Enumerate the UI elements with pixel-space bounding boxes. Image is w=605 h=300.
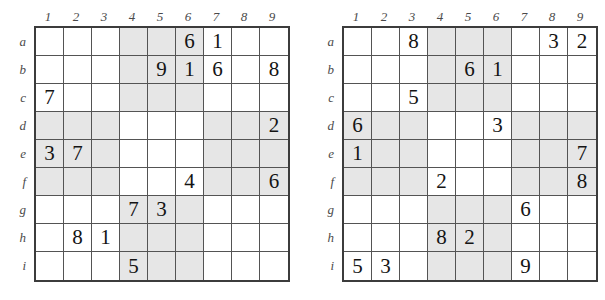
row-label-f: f — [10, 168, 34, 196]
cell-d7[interactable] — [204, 112, 232, 140]
cell-h7[interactable] — [512, 224, 540, 252]
cell-e7[interactable] — [512, 140, 540, 168]
cell-e5[interactable] — [456, 140, 484, 168]
cell-h4[interactable]: 8 — [428, 224, 456, 252]
cell-f7[interactable] — [512, 168, 540, 196]
cell-a8[interactable] — [232, 28, 260, 56]
cell-h4[interactable] — [120, 224, 148, 252]
row-label-b: b — [318, 56, 342, 84]
cell-h5[interactable] — [148, 224, 176, 252]
cell-i8[interactable] — [232, 252, 260, 280]
row-label-e: e — [318, 140, 342, 168]
cell-g1[interactable] — [344, 196, 372, 224]
row-label-d: d — [318, 112, 342, 140]
cell-b7[interactable]: 6 — [204, 56, 232, 84]
cell-f2[interactable] — [64, 168, 92, 196]
cell-d2[interactable] — [372, 112, 400, 140]
cell-a6[interactable] — [484, 28, 512, 56]
column-label-1: 1 — [34, 10, 62, 26]
cell-i1[interactable]: 5 — [344, 252, 372, 280]
cell-c7[interactable] — [512, 84, 540, 112]
cell-c2[interactable] — [64, 84, 92, 112]
cell-b3[interactable] — [400, 56, 428, 84]
cell-f1[interactable] — [36, 168, 64, 196]
row-label-c: c — [10, 84, 34, 112]
row-label-g: g — [10, 196, 34, 224]
cell-d1[interactable]: 6 — [344, 112, 372, 140]
cell-i3[interactable] — [400, 252, 428, 280]
cell-f1[interactable] — [344, 168, 372, 196]
cell-f7[interactable] — [204, 168, 232, 196]
cell-i4[interactable]: 5 — [120, 252, 148, 280]
cell-g8[interactable] — [232, 196, 260, 224]
cell-e6[interactable] — [176, 140, 204, 168]
cell-f3[interactable] — [92, 168, 120, 196]
cell-b2[interactable] — [372, 56, 400, 84]
cell-d3[interactable] — [400, 112, 428, 140]
cell-c3[interactable]: 5 — [400, 84, 428, 112]
cell-i6[interactable] — [176, 252, 204, 280]
cell-e6[interactable] — [484, 140, 512, 168]
cell-a3[interactable] — [92, 28, 120, 56]
cell-d9[interactable] — [568, 112, 596, 140]
cell-a2[interactable] — [64, 28, 92, 56]
cell-d2[interactable] — [64, 112, 92, 140]
cell-b8[interactable] — [232, 56, 260, 84]
sudoku-board-right: 832615631728682539 — [342, 26, 598, 282]
cell-f9[interactable]: 6 — [260, 168, 288, 196]
cell-i1[interactable] — [36, 252, 64, 280]
sudoku-board-left: 61916872374673815 — [34, 26, 290, 282]
column-label-6: 6 — [482, 10, 510, 26]
cell-b6[interactable]: 1 — [176, 56, 204, 84]
column-label-8: 8 — [538, 10, 566, 26]
cell-g6[interactable] — [484, 196, 512, 224]
cell-c6[interactable] — [484, 84, 512, 112]
cell-c7[interactable] — [204, 84, 232, 112]
cell-g5[interactable] — [456, 196, 484, 224]
cell-h1[interactable] — [344, 224, 372, 252]
column-label-3: 3 — [398, 10, 426, 26]
row-label-h: h — [318, 224, 342, 252]
cell-f5[interactable] — [456, 168, 484, 196]
cell-c8[interactable] — [232, 84, 260, 112]
cell-e9[interactable]: 7 — [568, 140, 596, 168]
cell-i3[interactable] — [92, 252, 120, 280]
cell-d8[interactable] — [232, 112, 260, 140]
cell-d7[interactable] — [512, 112, 540, 140]
cell-b5[interactable]: 9 — [148, 56, 176, 84]
cell-g4[interactable]: 7 — [120, 196, 148, 224]
cell-c9[interactable] — [568, 84, 596, 112]
cell-h6[interactable] — [176, 224, 204, 252]
cell-i5[interactable] — [148, 252, 176, 280]
cell-g7[interactable] — [204, 196, 232, 224]
cell-f6[interactable] — [484, 168, 512, 196]
cell-c1[interactable]: 7 — [36, 84, 64, 112]
column-label-9: 9 — [258, 10, 286, 26]
cell-g9[interactable] — [260, 196, 288, 224]
cell-c2[interactable] — [372, 84, 400, 112]
cell-a6[interactable]: 6 — [176, 28, 204, 56]
cell-e4[interactable] — [120, 140, 148, 168]
cell-b5[interactable]: 6 — [456, 56, 484, 84]
cell-a9[interactable]: 2 — [568, 28, 596, 56]
cell-i4[interactable] — [428, 252, 456, 280]
cell-f4[interactable]: 2 — [428, 168, 456, 196]
cell-e5[interactable] — [148, 140, 176, 168]
row-label-b: b — [10, 56, 34, 84]
cell-f2[interactable] — [372, 168, 400, 196]
cell-f4[interactable] — [120, 168, 148, 196]
cell-f3[interactable] — [400, 168, 428, 196]
column-label-5: 5 — [454, 10, 482, 26]
row-label-a: a — [318, 28, 342, 56]
cell-f8[interactable] — [540, 168, 568, 196]
column-label-2: 2 — [370, 10, 398, 26]
cell-e2[interactable] — [372, 140, 400, 168]
cell-a1[interactable] — [344, 28, 372, 56]
cell-c9[interactable] — [260, 84, 288, 112]
cell-b4[interactable] — [428, 56, 456, 84]
cell-i8[interactable] — [540, 252, 568, 280]
cell-a4[interactable] — [120, 28, 148, 56]
cell-b6[interactable]: 1 — [484, 56, 512, 84]
cell-i7[interactable] — [204, 252, 232, 280]
cell-d4[interactable] — [428, 112, 456, 140]
cell-i9[interactable] — [260, 252, 288, 280]
cell-h1[interactable] — [36, 224, 64, 252]
cell-f6[interactable]: 4 — [176, 168, 204, 196]
cell-b1[interactable] — [36, 56, 64, 84]
cell-i9[interactable] — [568, 252, 596, 280]
cell-a5[interactable] — [456, 28, 484, 56]
cell-c5[interactable] — [148, 84, 176, 112]
cell-g7[interactable]: 6 — [512, 196, 540, 224]
cell-h9[interactable] — [568, 224, 596, 252]
cell-a1[interactable] — [36, 28, 64, 56]
row-label-d: d — [10, 112, 34, 140]
cell-e8[interactable] — [540, 140, 568, 168]
cell-e9[interactable] — [260, 140, 288, 168]
cell-h2[interactable] — [372, 224, 400, 252]
column-labels-right: 123456789 — [318, 4, 598, 26]
cell-a5[interactable] — [148, 28, 176, 56]
cell-h8[interactable] — [232, 224, 260, 252]
cell-i2[interactable]: 3 — [372, 252, 400, 280]
cell-b3[interactable] — [92, 56, 120, 84]
cell-i5[interactable] — [456, 252, 484, 280]
cell-e8[interactable] — [232, 140, 260, 168]
cell-e2[interactable]: 7 — [64, 140, 92, 168]
cell-b1[interactable] — [344, 56, 372, 84]
cell-h5[interactable]: 2 — [456, 224, 484, 252]
column-label-6: 6 — [174, 10, 202, 26]
column-label-4: 4 — [118, 10, 146, 26]
cell-c1[interactable] — [344, 84, 372, 112]
cell-e3[interactable] — [400, 140, 428, 168]
column-label-7: 7 — [510, 10, 538, 26]
cell-h3[interactable] — [400, 224, 428, 252]
cell-e3[interactable] — [92, 140, 120, 168]
cell-d6[interactable]: 3 — [484, 112, 512, 140]
column-label-2: 2 — [62, 10, 90, 26]
cell-b4[interactable] — [120, 56, 148, 84]
cell-b9[interactable] — [568, 56, 596, 84]
cell-g5[interactable]: 3 — [148, 196, 176, 224]
cell-d6[interactable] — [176, 112, 204, 140]
row-label-i: i — [318, 252, 342, 280]
row-labels-left: abcdefghi — [10, 26, 34, 282]
cell-a4[interactable] — [428, 28, 456, 56]
cell-f8[interactable] — [232, 168, 260, 196]
cell-h2[interactable]: 8 — [64, 224, 92, 252]
cell-h3[interactable]: 1 — [92, 224, 120, 252]
sudoku-puzzle-left: 123456789 abcdefghi 61916872374673815 — [10, 4, 290, 300]
cell-d4[interactable] — [120, 112, 148, 140]
cell-e7[interactable] — [204, 140, 232, 168]
cell-g4[interactable] — [428, 196, 456, 224]
cell-c4[interactable] — [428, 84, 456, 112]
cell-h7[interactable] — [204, 224, 232, 252]
cell-e4[interactable] — [428, 140, 456, 168]
column-label-3: 3 — [90, 10, 118, 26]
column-labels-left: 123456789 — [10, 4, 290, 26]
cell-a9[interactable] — [260, 28, 288, 56]
cell-a7[interactable]: 1 — [204, 28, 232, 56]
cell-h6[interactable] — [484, 224, 512, 252]
cell-i6[interactable] — [484, 252, 512, 280]
cell-g2[interactable] — [372, 196, 400, 224]
cell-c4[interactable] — [120, 84, 148, 112]
cell-b8[interactable] — [540, 56, 568, 84]
cell-a3[interactable]: 8 — [400, 28, 428, 56]
cell-d3[interactable] — [92, 112, 120, 140]
cell-g2[interactable] — [64, 196, 92, 224]
column-label-5: 5 — [146, 10, 174, 26]
cell-i2[interactable] — [64, 252, 92, 280]
cell-b7[interactable] — [512, 56, 540, 84]
cell-d5[interactable] — [148, 112, 176, 140]
cell-b2[interactable] — [64, 56, 92, 84]
cell-c3[interactable] — [92, 84, 120, 112]
cell-c8[interactable] — [540, 84, 568, 112]
row-label-f: f — [318, 168, 342, 196]
row-labels-right: abcdefghi — [318, 26, 342, 282]
column-label-9: 9 — [566, 10, 594, 26]
cell-a7[interactable] — [512, 28, 540, 56]
cell-i7[interactable]: 9 — [512, 252, 540, 280]
cell-d1[interactable] — [36, 112, 64, 140]
cell-f5[interactable] — [148, 168, 176, 196]
cell-g6[interactable] — [176, 196, 204, 224]
cell-h8[interactable] — [540, 224, 568, 252]
cell-g1[interactable] — [36, 196, 64, 224]
row-label-i: i — [10, 252, 34, 280]
cell-c6[interactable] — [176, 84, 204, 112]
cell-a8[interactable]: 3 — [540, 28, 568, 56]
sudoku-puzzle-right: 123456789 abcdefghi 832615631728682539 — [318, 4, 598, 300]
row-label-c: c — [318, 84, 342, 112]
row-label-g: g — [318, 196, 342, 224]
cell-a2[interactable] — [372, 28, 400, 56]
row-label-a: a — [10, 28, 34, 56]
cell-g9[interactable] — [568, 196, 596, 224]
cell-h9[interactable] — [260, 224, 288, 252]
column-label-1: 1 — [342, 10, 370, 26]
row-label-e: e — [10, 140, 34, 168]
cell-c5[interactable] — [456, 84, 484, 112]
column-label-4: 4 — [426, 10, 454, 26]
cell-e1[interactable]: 1 — [344, 140, 372, 168]
cell-g8[interactable] — [540, 196, 568, 224]
cell-g3[interactable] — [400, 196, 428, 224]
cell-e1[interactable]: 3 — [36, 140, 64, 168]
cell-d9[interactable]: 2 — [260, 112, 288, 140]
cell-b9[interactable]: 8 — [260, 56, 288, 84]
row-label-h: h — [10, 224, 34, 252]
cell-g3[interactable] — [92, 196, 120, 224]
cell-d8[interactable] — [540, 112, 568, 140]
column-label-7: 7 — [202, 10, 230, 26]
column-label-8: 8 — [230, 10, 258, 26]
cell-d5[interactable] — [456, 112, 484, 140]
cell-f9[interactable]: 8 — [568, 168, 596, 196]
